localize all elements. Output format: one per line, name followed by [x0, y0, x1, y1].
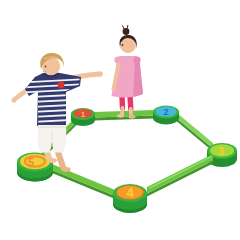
- stone-3-number: 3: [218, 146, 224, 157]
- stone-5-number: 5: [28, 156, 34, 168]
- stepping-stone-1: 1: [71, 108, 95, 126]
- stone-4-number: 4: [126, 185, 134, 200]
- boy-foot: [48, 158, 57, 163]
- stone-1-number: 1: [81, 110, 86, 119]
- balance-beam-3-4: [147, 154, 213, 197]
- balance-course-product-photo: 1 2 3: [0, 0, 240, 240]
- stepping-stone-4: 4: [113, 184, 147, 213]
- girl-figure: [112, 25, 144, 119]
- stepping-stone-2: 2: [153, 106, 179, 125]
- boy-shirt-emblem: [58, 82, 65, 89]
- scene-canvas: 1 2 3: [0, 0, 240, 240]
- stone-2-number: 2: [163, 107, 168, 117]
- girl-foot: [117, 114, 124, 118]
- balance-beam-2-3: [177, 113, 213, 152]
